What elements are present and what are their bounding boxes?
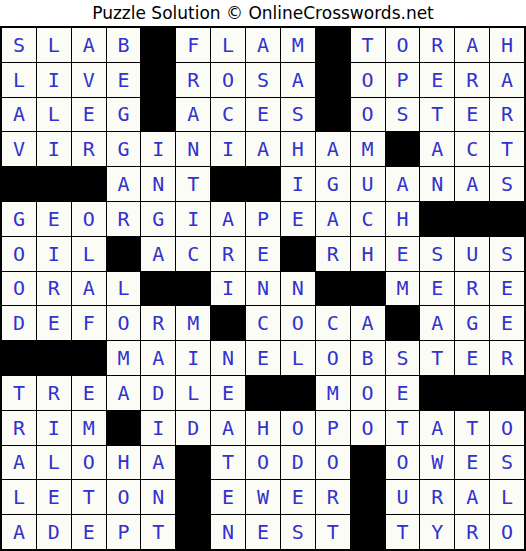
grid-cell: O (351, 63, 385, 97)
grid-cell: I (141, 132, 175, 166)
grid-cell: D (141, 376, 175, 410)
grid-cell: L (2, 63, 36, 97)
grid-cell: H (490, 28, 524, 62)
grid-cell: E (246, 98, 280, 132)
grid-cell: V (2, 132, 36, 166)
grid-cell: O (2, 237, 36, 271)
block-cell (176, 480, 210, 514)
grid-cell: R (490, 98, 524, 132)
grid-cell: S (246, 63, 280, 97)
grid-cell: V (72, 63, 106, 97)
grid-cell: I (37, 132, 71, 166)
block-cell (316, 63, 350, 97)
grid-cell: A (316, 202, 350, 236)
grid-cell: E (420, 272, 454, 306)
grid-cell: G (455, 306, 489, 340)
grid-cell: R (107, 202, 141, 236)
block-cell (141, 272, 175, 306)
grid-cell: L (176, 376, 210, 410)
grid-cell: M (107, 341, 141, 375)
grid-cell: N (141, 167, 175, 201)
grid-cell: C (176, 237, 210, 271)
block-cell (107, 411, 141, 445)
grid-cell: A (141, 446, 175, 480)
grid-cell: A (246, 28, 280, 62)
block-cell (386, 132, 420, 166)
block-cell (2, 167, 36, 201)
grid-cell: N (246, 272, 280, 306)
grid-cell: T (141, 515, 175, 549)
grid-cell: C (316, 306, 350, 340)
grid-cell: Y (420, 515, 454, 549)
grid-cell: R (455, 272, 489, 306)
grid-cell: B (351, 341, 385, 375)
grid-cell: R (211, 237, 245, 271)
grid-cell: R (420, 28, 454, 62)
grid-cell: O (281, 306, 315, 340)
grid-cell: A (246, 132, 280, 166)
grid-cell: N (176, 132, 210, 166)
grid-cell: R (455, 515, 489, 549)
grid-cell: R (455, 63, 489, 97)
grid-cell: T (420, 341, 454, 375)
block-cell (316, 28, 350, 62)
grid-cell: E (72, 515, 106, 549)
grid-cell: A (107, 167, 141, 201)
grid-cell: R (37, 376, 71, 410)
grid-cell: M (316, 376, 350, 410)
grid-cell: A (72, 272, 106, 306)
grid-cell: E (72, 98, 106, 132)
grid-cell: G (107, 98, 141, 132)
grid-cell: T (316, 515, 350, 549)
grid-cell: I (37, 411, 71, 445)
grid-cell: R (72, 132, 106, 166)
grid-cell: N (211, 515, 245, 549)
block-cell (281, 237, 315, 271)
grid-cell: O (2, 272, 36, 306)
grid-cell: O (490, 515, 524, 549)
grid-cell: T (2, 376, 36, 410)
block-cell (420, 202, 454, 236)
grid-cell: R (37, 272, 71, 306)
grid-cell: I (211, 272, 245, 306)
grid-cell: O (107, 306, 141, 340)
grid-cell: I (176, 341, 210, 375)
block-cell (455, 202, 489, 236)
grid-cell: O (72, 202, 106, 236)
grid-cell: H (351, 237, 385, 271)
grid-cell: D (176, 411, 210, 445)
grid-cell: N (420, 167, 454, 201)
grid-cell: A (455, 28, 489, 62)
grid-cell: E (211, 376, 245, 410)
block-cell (351, 480, 385, 514)
grid-cell: N (211, 341, 245, 375)
grid-cell: O (386, 28, 420, 62)
grid-cell: S (2, 28, 36, 62)
grid-cell: P (386, 63, 420, 97)
grid-cell: P (107, 515, 141, 549)
grid-cell: T (72, 480, 106, 514)
page-title: Puzzle Solution © OnlineCrosswords.net (0, 0, 526, 26)
grid-cell: E (37, 202, 71, 236)
grid-cell: H (246, 411, 280, 445)
grid-cell: R (141, 306, 175, 340)
grid-cell: P (246, 202, 280, 236)
block-cell (176, 272, 210, 306)
grid-cell: I (176, 202, 210, 236)
grid-cell: T (211, 446, 245, 480)
grid-cell: E (107, 63, 141, 97)
grid-cell: G (107, 132, 141, 166)
grid-cell: R (490, 341, 524, 375)
grid-cell: A (141, 341, 175, 375)
grid-cell: A (281, 63, 315, 97)
grid-cell: R (316, 480, 350, 514)
crossword-grid: SLABFLAMTORAHLIVEROSAOPERAALEGACESOSTERV… (0, 26, 526, 551)
block-cell (37, 341, 71, 375)
grid-cell: L (107, 272, 141, 306)
block-cell (351, 515, 385, 549)
block-cell (141, 98, 175, 132)
grid-cell: E (386, 376, 420, 410)
grid-cell: A (2, 446, 36, 480)
grid-cell: C (351, 202, 385, 236)
grid-cell: A (455, 167, 489, 201)
block-cell (211, 306, 245, 340)
grid-cell: E (490, 306, 524, 340)
grid-cell: C (246, 306, 280, 340)
block-cell (72, 341, 106, 375)
grid-cell: L (37, 98, 71, 132)
grid-cell: E (281, 480, 315, 514)
block-cell (316, 98, 350, 132)
grid-cell: I (211, 132, 245, 166)
grid-cell: A (420, 132, 454, 166)
grid-cell: S (386, 341, 420, 375)
grid-cell: A (2, 98, 36, 132)
grid-cell: O (351, 376, 385, 410)
grid-cell: S (490, 446, 524, 480)
grid-cell: E (246, 515, 280, 549)
grid-cell: G (2, 202, 36, 236)
block-cell (420, 376, 454, 410)
grid-cell: N (281, 272, 315, 306)
grid-cell: E (455, 341, 489, 375)
grid-cell: A (351, 306, 385, 340)
grid-cell: O (386, 446, 420, 480)
block-cell (176, 515, 210, 549)
grid-cell: M (386, 272, 420, 306)
grid-cell: G (141, 202, 175, 236)
grid-cell: O (490, 411, 524, 445)
grid-cell: T (351, 28, 385, 62)
grid-cell: O (107, 480, 141, 514)
grid-cell: E (246, 341, 280, 375)
grid-cell: U (455, 237, 489, 271)
grid-cell: A (141, 237, 175, 271)
grid-cell: R (2, 411, 36, 445)
block-cell (141, 28, 175, 62)
grid-cell: A (107, 376, 141, 410)
grid-cell: T (490, 132, 524, 166)
grid-cell: L (37, 446, 71, 480)
grid-cell: E (455, 98, 489, 132)
grid-cell: L (281, 341, 315, 375)
grid-cell: A (420, 411, 454, 445)
grid-cell: S (281, 98, 315, 132)
grid-cell: I (37, 237, 71, 271)
grid-cell: A (2, 515, 36, 549)
grid-cell: E (490, 272, 524, 306)
grid-cell: E (211, 480, 245, 514)
grid-cell: O (281, 411, 315, 445)
grid-cell: P (316, 411, 350, 445)
grid-cell: I (281, 167, 315, 201)
grid-cell: E (420, 63, 454, 97)
grid-cell: S (281, 515, 315, 549)
grid-cell: A (490, 63, 524, 97)
block-cell (176, 446, 210, 480)
grid-cell: E (386, 237, 420, 271)
grid-cell: H (107, 446, 141, 480)
grid-cell: O (316, 446, 350, 480)
grid-cell: M (176, 306, 210, 340)
grid-cell: T (386, 515, 420, 549)
grid-cell: A (211, 202, 245, 236)
grid-cell: D (37, 515, 71, 549)
grid-cell: O (351, 411, 385, 445)
grid-cell: I (37, 63, 71, 97)
grid-cell: A (386, 167, 420, 201)
grid-cell: E (37, 480, 71, 514)
grid-cell: F (176, 28, 210, 62)
grid-cell: H (386, 202, 420, 236)
grid-cell: L (37, 28, 71, 62)
block-cell (211, 167, 245, 201)
grid-cell: E (281, 202, 315, 236)
block-cell (141, 63, 175, 97)
grid-cell: A (72, 28, 106, 62)
grid-cell: L (211, 28, 245, 62)
grid-cell: E (72, 376, 106, 410)
block-cell (316, 272, 350, 306)
grid-cell: E (455, 446, 489, 480)
grid-cell: O (211, 63, 245, 97)
grid-cell: G (316, 167, 350, 201)
block-cell (386, 306, 420, 340)
grid-cell: S (420, 237, 454, 271)
grid-cell: W (420, 446, 454, 480)
block-cell (2, 341, 36, 375)
grid-cell: C (211, 98, 245, 132)
grid-cell: R (316, 237, 350, 271)
block-cell (490, 376, 524, 410)
grid-cell: O (351, 98, 385, 132)
grid-cell: O (246, 446, 280, 480)
grid-cell: L (2, 480, 36, 514)
grid-cell: S (490, 167, 524, 201)
grid-cell: L (490, 480, 524, 514)
grid-cell: O (316, 341, 350, 375)
grid-cell: I (141, 411, 175, 445)
grid-cell: T (455, 411, 489, 445)
grid-cell: A (176, 98, 210, 132)
grid-cell: W (246, 480, 280, 514)
block-cell (246, 167, 280, 201)
grid-cell: T (420, 98, 454, 132)
grid-cell: A (455, 480, 489, 514)
block-cell (351, 446, 385, 480)
grid-cell: A (211, 411, 245, 445)
block-cell (246, 376, 280, 410)
grid-cell: D (281, 446, 315, 480)
block-cell (281, 376, 315, 410)
grid-cell: H (281, 132, 315, 166)
grid-cell: M (281, 28, 315, 62)
grid-cell: D (2, 306, 36, 340)
block-cell (72, 167, 106, 201)
grid-cell: R (176, 63, 210, 97)
block-cell (107, 237, 141, 271)
grid-cell: T (176, 167, 210, 201)
block-cell (37, 167, 71, 201)
block-cell (455, 376, 489, 410)
grid-cell: M (351, 132, 385, 166)
grid-cell: U (386, 480, 420, 514)
grid-cell: T (386, 411, 420, 445)
grid-cell: O (72, 446, 106, 480)
block-cell (490, 202, 524, 236)
grid-cell: A (316, 132, 350, 166)
grid-cell: E (37, 306, 71, 340)
grid-cell: E (246, 237, 280, 271)
grid-cell: C (455, 132, 489, 166)
grid-cell: S (386, 98, 420, 132)
grid-cell: F (72, 306, 106, 340)
grid-cell: N (141, 480, 175, 514)
grid-cell: B (107, 28, 141, 62)
block-cell (351, 272, 385, 306)
grid-cell: L (72, 237, 106, 271)
crossword-solution-page: Puzzle Solution © OnlineCrosswords.net S… (0, 0, 526, 551)
grid-cell: M (72, 411, 106, 445)
grid-cell: A (420, 306, 454, 340)
grid-cell: S (490, 237, 524, 271)
grid-cell: U (351, 167, 385, 201)
grid-cell: R (420, 480, 454, 514)
